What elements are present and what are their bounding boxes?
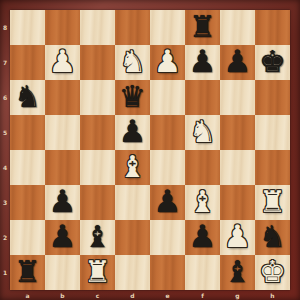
- chess-diagram: 87654321 ♜♟♞♟♟♟♚♞♛♟♞♝♟♟♝♜♟♝♟♟♞♜♜♝♚ abcde…: [0, 0, 300, 300]
- square-e1[interactable]: [150, 255, 185, 290]
- square-c2[interactable]: ♝: [80, 220, 115, 255]
- square-c4[interactable]: [80, 150, 115, 185]
- square-h5[interactable]: [255, 115, 290, 150]
- square-c8[interactable]: [80, 10, 115, 45]
- square-g5[interactable]: [220, 115, 255, 150]
- square-b2[interactable]: ♟: [45, 220, 80, 255]
- square-e3[interactable]: ♟: [150, 185, 185, 220]
- square-d7[interactable]: ♞: [115, 45, 150, 80]
- piece-white-pawn: ♟: [154, 46, 182, 77]
- square-g2[interactable]: ♟: [220, 220, 255, 255]
- square-g1[interactable]: ♝: [220, 255, 255, 290]
- piece-black-pawn: ♟: [119, 116, 147, 147]
- square-d8[interactable]: [115, 10, 150, 45]
- square-f4[interactable]: [185, 150, 220, 185]
- piece-white-bishop: ♝: [189, 187, 216, 217]
- file-label-f: f: [185, 290, 220, 300]
- rank-label-5: 5: [0, 115, 10, 150]
- square-e5[interactable]: [150, 115, 185, 150]
- square-f2[interactable]: ♟: [185, 220, 220, 255]
- square-a8[interactable]: [10, 10, 45, 45]
- square-c7[interactable]: [80, 45, 115, 80]
- square-g8[interactable]: [220, 10, 255, 45]
- piece-black-knight: ♞: [14, 82, 41, 112]
- piece-black-pawn: ♟: [189, 221, 217, 252]
- piece-black-bishop: ♝: [84, 222, 111, 252]
- square-a1[interactable]: ♜: [10, 255, 45, 290]
- square-a3[interactable]: [10, 185, 45, 220]
- square-d6[interactable]: ♛: [115, 80, 150, 115]
- file-label-b: b: [45, 290, 80, 300]
- rank-label-7: 7: [0, 45, 10, 80]
- file-label-h: h: [255, 290, 290, 300]
- rank-label-8: 8: [0, 10, 10, 45]
- square-e2[interactable]: [150, 220, 185, 255]
- rank-label-3: 3: [0, 185, 10, 220]
- piece-black-knight: ♞: [259, 222, 286, 252]
- square-b8[interactable]: [45, 10, 80, 45]
- piece-white-knight: ♞: [189, 117, 216, 147]
- piece-black-king: ♚: [259, 47, 286, 77]
- file-labels: abcdefgh: [10, 290, 290, 300]
- square-d4[interactable]: ♝: [115, 150, 150, 185]
- square-b3[interactable]: ♟: [45, 185, 80, 220]
- square-h4[interactable]: [255, 150, 290, 185]
- square-h7[interactable]: ♚: [255, 45, 290, 80]
- square-g4[interactable]: [220, 150, 255, 185]
- square-d2[interactable]: [115, 220, 150, 255]
- piece-black-pawn: ♟: [224, 46, 252, 77]
- file-label-d: d: [115, 290, 150, 300]
- piece-black-bishop: ♝: [224, 257, 251, 287]
- chess-board: ♜♟♞♟♟♟♚♞♛♟♞♝♟♟♝♜♟♝♟♟♞♜♜♝♚: [10, 10, 290, 290]
- piece-black-pawn: ♟: [49, 221, 77, 252]
- square-c5[interactable]: [80, 115, 115, 150]
- square-b6[interactable]: [45, 80, 80, 115]
- square-f6[interactable]: [185, 80, 220, 115]
- piece-white-knight: ♞: [119, 47, 146, 77]
- square-b7[interactable]: ♟: [45, 45, 80, 80]
- square-b4[interactable]: [45, 150, 80, 185]
- rank-label-1: 1: [0, 255, 10, 290]
- file-label-c: c: [80, 290, 115, 300]
- square-g7[interactable]: ♟: [220, 45, 255, 80]
- square-e6[interactable]: [150, 80, 185, 115]
- piece-white-bishop: ♝: [119, 152, 146, 182]
- file-label-a: a: [10, 290, 45, 300]
- piece-white-rook: ♜: [84, 257, 111, 287]
- square-d3[interactable]: [115, 185, 150, 220]
- square-c1[interactable]: ♜: [80, 255, 115, 290]
- file-label-e: e: [150, 290, 185, 300]
- square-c6[interactable]: [80, 80, 115, 115]
- square-b1[interactable]: [45, 255, 80, 290]
- rank-label-4: 4: [0, 150, 10, 185]
- piece-black-pawn: ♟: [189, 46, 217, 77]
- piece-white-rook: ♜: [259, 187, 286, 217]
- rank-labels: 87654321: [0, 10, 10, 290]
- piece-black-pawn: ♟: [154, 186, 182, 217]
- square-f8[interactable]: ♜: [185, 10, 220, 45]
- file-label-g: g: [220, 290, 255, 300]
- square-e7[interactable]: ♟: [150, 45, 185, 80]
- piece-white-pawn: ♟: [49, 46, 77, 77]
- square-e4[interactable]: [150, 150, 185, 185]
- square-h6[interactable]: [255, 80, 290, 115]
- square-d1[interactable]: [115, 255, 150, 290]
- square-c3[interactable]: [80, 185, 115, 220]
- rank-label-2: 2: [0, 220, 10, 255]
- square-d5[interactable]: ♟: [115, 115, 150, 150]
- square-f1[interactable]: [185, 255, 220, 290]
- rank-label-6: 6: [0, 80, 10, 115]
- piece-white-king: ♚: [259, 257, 286, 287]
- square-f7[interactable]: ♟: [185, 45, 220, 80]
- piece-black-rook: ♜: [189, 12, 216, 42]
- square-h8[interactable]: [255, 10, 290, 45]
- square-a5[interactable]: [10, 115, 45, 150]
- square-g6[interactable]: [220, 80, 255, 115]
- square-a7[interactable]: [10, 45, 45, 80]
- square-a6[interactable]: ♞: [10, 80, 45, 115]
- square-f5[interactable]: ♞: [185, 115, 220, 150]
- square-b5[interactable]: [45, 115, 80, 150]
- piece-black-rook: ♜: [14, 257, 41, 287]
- square-a2[interactable]: [10, 220, 45, 255]
- square-a4[interactable]: [10, 150, 45, 185]
- square-f3[interactable]: ♝: [185, 185, 220, 220]
- piece-white-pawn: ♟: [224, 221, 252, 252]
- square-e8[interactable]: [150, 10, 185, 45]
- square-h1[interactable]: ♚: [255, 255, 290, 290]
- square-h2[interactable]: ♞: [255, 220, 290, 255]
- square-g3[interactable]: [220, 185, 255, 220]
- piece-black-queen: ♛: [119, 82, 146, 112]
- piece-black-pawn: ♟: [49, 186, 77, 217]
- square-h3[interactable]: ♜: [255, 185, 290, 220]
